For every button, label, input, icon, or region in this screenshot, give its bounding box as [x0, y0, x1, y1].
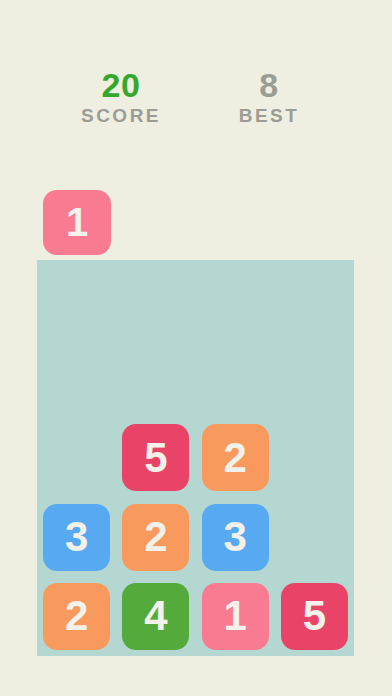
next-tile[interactable]: 1	[43, 190, 111, 255]
board-cell-r4c1[interactable]: 3	[37, 498, 116, 577]
board-cell-r5c2[interactable]: 4	[116, 577, 195, 656]
board-cell-r3c3[interactable]: 2	[196, 418, 275, 497]
tile-3[interactable]: 3	[43, 504, 110, 571]
board-cell-r4c2[interactable]: 2	[116, 498, 195, 577]
best-label: BEST	[199, 105, 339, 127]
tile-5[interactable]: 5	[281, 583, 348, 650]
board-cell-r2c1[interactable]	[37, 339, 116, 418]
best-value: 8	[199, 68, 339, 102]
tile-2[interactable]: 2	[202, 424, 269, 491]
board-cell-r2c3[interactable]	[196, 339, 275, 418]
tile-3[interactable]: 3	[202, 504, 269, 571]
board-cell-r3c2[interactable]: 5	[116, 418, 195, 497]
board-cell-r3c4[interactable]	[275, 418, 354, 497]
board-cell-r4c3[interactable]: 3	[196, 498, 275, 577]
score-label: SCORE	[51, 105, 191, 127]
app-screen: 20 SCORE 8 BEST 1 523232415	[0, 0, 392, 696]
board-cell-r3c1[interactable]	[37, 418, 116, 497]
board-cell-r5c3[interactable]: 1	[196, 577, 275, 656]
board-cell-r4c4[interactable]	[275, 498, 354, 577]
next-tile-value: 1	[66, 200, 88, 245]
board-cell-r2c2[interactable]	[116, 339, 195, 418]
board-cell-r1c2[interactable]	[116, 260, 195, 339]
tile-2[interactable]: 2	[43, 583, 110, 650]
board-cell-r1c3[interactable]	[196, 260, 275, 339]
tile-5[interactable]: 5	[122, 424, 189, 491]
board-cell-r2c4[interactable]	[275, 339, 354, 418]
board-cell-r5c1[interactable]: 2	[37, 577, 116, 656]
best-block: 8 BEST	[199, 68, 339, 127]
board-cell-r1c1[interactable]	[37, 260, 116, 339]
score-value: 20	[51, 68, 191, 102]
tile-2[interactable]: 2	[122, 504, 189, 571]
score-block: 20 SCORE	[51, 68, 191, 127]
game-board[interactable]: 523232415	[37, 260, 354, 656]
board-cell-r1c4[interactable]	[275, 260, 354, 339]
tile-4[interactable]: 4	[122, 583, 189, 650]
board-cell-r5c4[interactable]: 5	[275, 577, 354, 656]
tile-1[interactable]: 1	[202, 583, 269, 650]
